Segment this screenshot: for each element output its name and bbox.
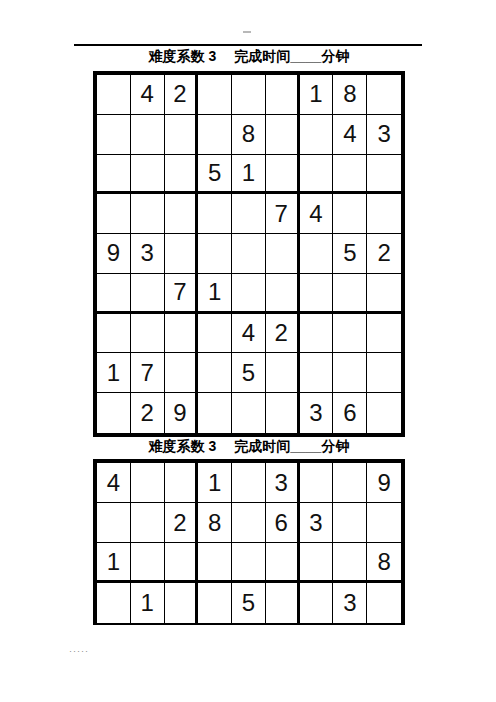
- puzzle-1-cell-r6c7: [300, 274, 334, 314]
- puzzle-1-time-label: 完成时间____分钟: [234, 48, 349, 66]
- puzzle-1-cell-r3c6: [266, 155, 300, 195]
- puzzle-1-cell-r6c8: [333, 274, 367, 314]
- header-rule: [74, 44, 422, 46]
- puzzle-2-cell-r4c9: [367, 583, 401, 623]
- puzzle-1-cell-r3c4: 5: [198, 155, 232, 195]
- puzzle-1-cell-r5c8: 5: [333, 234, 367, 274]
- puzzle-1-cell-r1c2: 4: [131, 75, 165, 115]
- puzzle-1-cell-r4c5: [232, 194, 266, 234]
- puzzle-2-cell-r2c3: 2: [165, 503, 199, 543]
- puzzle-1-cell-r6c5: [232, 274, 266, 314]
- puzzle-1-cell-r1c9: [367, 75, 401, 115]
- puzzle-1-cell-r9c3: 9: [165, 393, 199, 433]
- puzzle-2-cell-r4c4: [198, 583, 232, 623]
- puzzle-1-cell-r9c7: 3: [300, 393, 334, 433]
- puzzle-1-cell-r9c9: [367, 393, 401, 433]
- puzzle-2-cell-r1c6: 3: [266, 463, 300, 503]
- puzzle-1-cell-r2c8: 4: [333, 115, 367, 155]
- puzzle-1-cell-r3c9: [367, 155, 401, 195]
- puzzle-1-cell-r5c5: [232, 234, 266, 274]
- puzzle-1-cell-r6c2: [131, 274, 165, 314]
- puzzle-1-cell-r3c5: 1: [232, 155, 266, 195]
- puzzle-1-cell-r4c4: [198, 194, 232, 234]
- puzzle-1-cell-r4c7: 4: [300, 194, 334, 234]
- puzzle-2-cell-r3c8: [333, 543, 367, 583]
- puzzle-2-cell-r4c1: [97, 583, 131, 623]
- puzzle-1-cell-r5c4: [198, 234, 232, 274]
- puzzle-2-cell-r2c6: 6: [266, 503, 300, 543]
- puzzle-1-cell-r7c8: [333, 314, 367, 354]
- puzzle-1-cell-r9c1: [97, 393, 131, 433]
- puzzle-2-cell-r2c9: [367, 503, 401, 543]
- puzzle-2-cell-r4c3: [165, 583, 199, 623]
- puzzle-2-grid: 4139286318153: [93, 459, 405, 625]
- puzzle-2-cell-r2c7: 3: [300, 503, 334, 543]
- puzzle-1-cell-r7c6: 2: [266, 314, 300, 354]
- puzzle-1-cell-r1c1: [97, 75, 131, 115]
- puzzle-1-cell-r6c9: [367, 274, 401, 314]
- puzzle-2-difficulty-label: 难度系数 3: [149, 438, 217, 456]
- puzzle-1-cell-r5c3: [165, 234, 199, 274]
- puzzle-1-cell-r8c6: [266, 353, 300, 393]
- puzzle-1-cell-r1c8: 8: [333, 75, 367, 115]
- puzzle-2-cell-r1c8: [333, 463, 367, 503]
- puzzle-1-difficulty-label: 难度系数 3: [149, 48, 217, 66]
- puzzle-1-cell-r3c7: [300, 155, 334, 195]
- puzzle-2-cell-r4c8: 3: [333, 583, 367, 623]
- puzzle-2-cell-r3c2: [131, 543, 165, 583]
- puzzle-1-cell-r6c3: 7: [165, 274, 199, 314]
- puzzle-1-cell-r4c1: [97, 194, 131, 234]
- puzzle-1-cell-r2c5: 8: [232, 115, 266, 155]
- puzzle-1-cell-r8c8: [333, 353, 367, 393]
- puzzle-2-cell-r3c4: [198, 543, 232, 583]
- puzzle-2-cell-r4c6: [266, 583, 300, 623]
- puzzle-1-cell-r2c4: [198, 115, 232, 155]
- puzzle-1-cell-r5c6: [266, 234, 300, 274]
- puzzle-2-cell-r2c8: [333, 503, 367, 543]
- puzzle-1-header: 难度系数 3 完成时间____分钟: [93, 47, 405, 67]
- puzzle-2-cell-r3c5: [232, 543, 266, 583]
- puzzle-1-cell-r7c7: [300, 314, 334, 354]
- puzzle-2-cell-r2c4: 8: [198, 503, 232, 543]
- puzzle-1-cell-r5c9: 2: [367, 234, 401, 274]
- puzzle-1-cell-r7c4: [198, 314, 232, 354]
- puzzle-1-cell-r8c9: [367, 353, 401, 393]
- puzzle-1-cell-r4c8: [333, 194, 367, 234]
- puzzle-1-cell-r1c4: [198, 75, 232, 115]
- puzzle-1-cell-r3c2: [131, 155, 165, 195]
- puzzle-1-grid: 42188435174935271421752936: [93, 71, 405, 437]
- puzzle-2-header: 难度系数 3 完成时间____分钟: [93, 437, 405, 457]
- puzzle-1-cell-r2c1: [97, 115, 131, 155]
- puzzle-1-cell-r1c3: 2: [165, 75, 199, 115]
- puzzle-2-cell-r1c9: 9: [367, 463, 401, 503]
- puzzle-1-cell-r4c2: [131, 194, 165, 234]
- puzzle-1-cell-r2c2: [131, 115, 165, 155]
- puzzle-1-cell-r7c3: [165, 314, 199, 354]
- puzzle-2-cell-r3c1: 1: [97, 543, 131, 583]
- puzzle-1-cell-r8c1: 1: [97, 353, 131, 393]
- puzzle-1-cell-r7c1: [97, 314, 131, 354]
- puzzle-1-cell-r9c5: [232, 393, 266, 433]
- puzzle-1-cell-r1c5: [232, 75, 266, 115]
- puzzle-2-cell-r4c2: 1: [131, 583, 165, 623]
- puzzle-1-cell-r8c2: 7: [131, 353, 165, 393]
- puzzle-1-cell-r6c1: [97, 274, 131, 314]
- puzzle-1-cell-r7c5: 4: [232, 314, 266, 354]
- puzzle-1-cell-r7c2: [131, 314, 165, 354]
- puzzle-1-cell-r5c7: [300, 234, 334, 274]
- puzzle-2-cell-r1c4: 1: [198, 463, 232, 503]
- puzzle-2-cell-r2c2: [131, 503, 165, 543]
- puzzle-2-cell-r4c5: 5: [232, 583, 266, 623]
- bottom-ellipsis: ·····: [69, 646, 89, 656]
- puzzle-1-cell-r9c6: [266, 393, 300, 433]
- puzzle-2-cell-r1c3: [165, 463, 199, 503]
- puzzle-2-cell-r1c2: [131, 463, 165, 503]
- puzzle-1-cell-r1c6: [266, 75, 300, 115]
- puzzle-2-cell-r3c9: 8: [367, 543, 401, 583]
- puzzle-1-cell-r8c7: [300, 353, 334, 393]
- puzzle-1-cell-r5c2: 3: [131, 234, 165, 274]
- puzzle-2-cell-r1c5: [232, 463, 266, 503]
- puzzle-1-cell-r5c1: 9: [97, 234, 131, 274]
- puzzle-2-cell-r3c6: [266, 543, 300, 583]
- puzzle-2-cell-r2c1: [97, 503, 131, 543]
- puzzle-1-cell-r2c3: [165, 115, 199, 155]
- puzzle-1-cell-r6c4: 1: [198, 274, 232, 314]
- puzzle-2-time-label: 完成时间____分钟: [234, 438, 349, 456]
- puzzle-1-cell-r4c3: [165, 194, 199, 234]
- puzzle-2-cell-r3c7: [300, 543, 334, 583]
- puzzle-1-cell-r7c9: [367, 314, 401, 354]
- puzzle-2-cell-r3c3: [165, 543, 199, 583]
- puzzle-1-cell-r2c9: 3: [367, 115, 401, 155]
- puzzle-1-cell-r8c4: [198, 353, 232, 393]
- puzzle-1-cell-r8c5: 5: [232, 353, 266, 393]
- puzzle-1-cell-r6c6: [266, 274, 300, 314]
- puzzle-1-cell-r4c9: [367, 194, 401, 234]
- puzzle-1-cell-r8c3: [165, 353, 199, 393]
- puzzle-2-cell-r2c5: [232, 503, 266, 543]
- puzzle-1-cell-r9c4: [198, 393, 232, 433]
- puzzle-1-cell-r1c7: 1: [300, 75, 334, 115]
- puzzle-1-cell-r3c3: [165, 155, 199, 195]
- puzzle-2-cell-r1c7: [300, 463, 334, 503]
- worksheet-page: 难度系数 3 完成时间____分钟 4218843517493527142175…: [0, 0, 496, 702]
- puzzle-1-cell-r2c6: [266, 115, 300, 155]
- puzzle-1-cell-r2c7: [300, 115, 334, 155]
- puzzle-1-cell-r9c2: 2: [131, 393, 165, 433]
- puzzle-2-cell-r1c1: 4: [97, 463, 131, 503]
- puzzle-1-cell-r3c1: [97, 155, 131, 195]
- puzzle-1-cell-r9c8: 6: [333, 393, 367, 433]
- top-dash-mark: [243, 31, 251, 33]
- puzzle-2-cell-r4c7: [300, 583, 334, 623]
- puzzle-1-cell-r3c8: [333, 155, 367, 195]
- puzzle-1-cell-r4c6: 7: [266, 194, 300, 234]
